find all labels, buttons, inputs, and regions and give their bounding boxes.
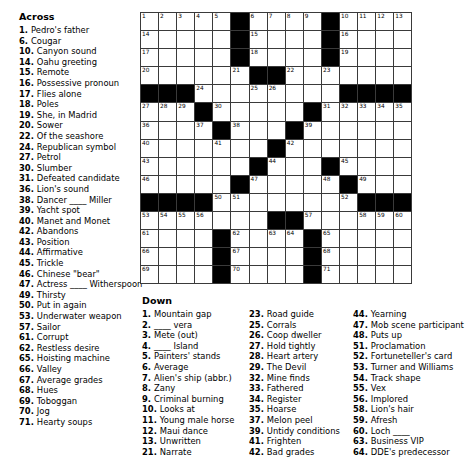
black-cell	[177, 85, 194, 102]
grid-cell[interactable]	[358, 31, 375, 48]
grid-cell[interactable]: 70	[231, 266, 248, 283]
across-clue: 15.Remote	[19, 67, 137, 78]
across-clue: 43.Position	[19, 237, 137, 248]
grid-cell[interactable]: 68	[322, 248, 339, 265]
grid-cell[interactable]	[159, 140, 176, 157]
across-clue: 39.Yacht spot	[19, 205, 137, 216]
grid-cell[interactable]: 50	[213, 194, 230, 211]
black-cell	[376, 85, 393, 102]
clue-text: Manet and Monet	[37, 216, 110, 226]
black-cell	[213, 122, 230, 139]
grid-cell[interactable]: 17	[141, 49, 158, 66]
clue-number: 15.	[19, 67, 34, 77]
grid-cell[interactable]: 20	[141, 67, 158, 84]
clue-number: 43.	[19, 237, 34, 247]
grid-cell[interactable]: 36	[141, 122, 158, 139]
grid-cell[interactable]: 52	[340, 194, 357, 211]
cell-number: 35	[395, 103, 402, 110]
grid-cell[interactable]	[304, 67, 321, 84]
clue-number: 7.	[142, 373, 151, 383]
clue-text: Average	[154, 362, 188, 372]
down-clue: 54.Track shape	[353, 373, 473, 384]
clue-text: Hoisting machine	[37, 353, 110, 363]
grid-cell[interactable]: 40	[141, 140, 158, 157]
clue-number: 47.	[19, 279, 34, 289]
grid-cell[interactable]: 30	[213, 103, 230, 120]
black-cell	[304, 230, 321, 247]
grid-cell[interactable]: 14	[141, 31, 158, 48]
grid-cell[interactable]	[340, 212, 357, 229]
grid-cell[interactable]: 8	[286, 13, 303, 30]
grid-cell[interactable]	[286, 158, 303, 175]
grid-cell[interactable]: 48	[322, 176, 339, 193]
grid-cell[interactable]: 47	[250, 176, 267, 193]
clue-number: 42.	[19, 226, 34, 236]
grid-cell[interactable]: 42	[286, 140, 303, 157]
grid-cell[interactable]	[394, 140, 411, 157]
grid-cell[interactable]	[322, 140, 339, 157]
grid-cell[interactable]: 62	[231, 230, 248, 247]
cell-number: 68	[323, 248, 330, 255]
grid-cell[interactable]	[159, 49, 176, 66]
grid-cell[interactable]: 19	[340, 49, 357, 66]
grid-cell[interactable]	[250, 122, 267, 139]
clue-text: Fortuneteller's card	[371, 351, 453, 361]
grid-cell[interactable]: 58	[358, 212, 375, 229]
cell-number: 61	[142, 230, 149, 237]
grid-cell[interactable]	[286, 248, 303, 265]
grid-cell[interactable]	[340, 248, 357, 265]
cell-number: 69	[142, 266, 149, 273]
grid-cell[interactable]	[177, 176, 194, 193]
grid-cell[interactable]: 66	[141, 248, 158, 265]
grid-cell[interactable]	[231, 212, 248, 229]
across-clue: 6.Cougar	[19, 36, 137, 47]
grid-cell[interactable]	[250, 266, 267, 283]
clue-number: 37.	[249, 415, 264, 425]
grid-cell[interactable]	[286, 49, 303, 66]
black-cell	[322, 13, 339, 30]
cell-number: 16	[341, 31, 348, 38]
cell-number: 38	[232, 122, 239, 129]
grid-cell[interactable]	[286, 103, 303, 120]
black-cell	[213, 248, 230, 265]
black-cell	[268, 67, 285, 84]
clue-number: 30.	[19, 163, 34, 173]
clue-text: Vex	[371, 383, 386, 393]
clue-number: 45.	[19, 258, 34, 268]
grid-cell[interactable]	[177, 248, 194, 265]
clue-text: Dancer ____ Miller	[37, 195, 112, 205]
grid-cell[interactable]: 23	[322, 67, 339, 84]
grid-cell[interactable]	[268, 194, 285, 211]
grid-cell[interactable]	[340, 140, 357, 157]
clue-number: 57.	[19, 322, 34, 332]
grid-cell[interactable]: 34	[376, 103, 393, 120]
grid-cell[interactable]	[304, 85, 321, 102]
clue-number: 11.	[142, 415, 157, 425]
black-cell	[159, 85, 176, 102]
grid-cell[interactable]	[177, 230, 194, 247]
grid-cell[interactable]	[376, 49, 393, 66]
grid-cell[interactable]	[231, 103, 248, 120]
across-clue: 10.Canyon sound	[19, 46, 137, 57]
grid-cell[interactable]	[286, 194, 303, 211]
clue-number: 21.	[142, 447, 157, 457]
clue-text: She, in Madrid	[37, 110, 97, 120]
clue-text: Republican symbol	[37, 142, 116, 152]
clue-number: 55.	[353, 383, 368, 393]
clue-text: The Devil	[267, 362, 306, 372]
grid-cell[interactable]	[159, 230, 176, 247]
grid-cell[interactable]	[231, 85, 248, 102]
across-clue: 68.Hues	[19, 385, 137, 396]
grid-cell[interactable]: 13	[394, 13, 411, 30]
grid-cell[interactable]: 69	[141, 266, 158, 283]
grid-cell[interactable]	[394, 122, 411, 139]
down-clue: 6.Average	[142, 362, 246, 373]
clue-number: 29.	[249, 362, 264, 372]
grid-cell[interactable]	[286, 266, 303, 283]
cell-number: 23	[323, 67, 330, 74]
crossword-grid: 1234567891011121314151617181920212223242…	[140, 12, 412, 284]
black-cell	[195, 194, 212, 211]
cell-number: 56	[196, 212, 203, 219]
grid-cell[interactable]: 39	[304, 122, 321, 139]
cell-number: 36	[142, 122, 149, 129]
grid-cell[interactable]	[340, 230, 357, 247]
grid-cell[interactable]	[195, 248, 212, 265]
grid-cell[interactable]	[268, 49, 285, 66]
grid-cell[interactable]: 10	[340, 13, 357, 30]
clue-text: Jog	[37, 406, 50, 416]
grid-cell[interactable]: 32	[340, 103, 357, 120]
grid-cell[interactable]	[358, 140, 375, 157]
grid-cell[interactable]	[213, 31, 230, 48]
grid-cell[interactable]	[358, 49, 375, 66]
grid-cell[interactable]	[304, 140, 321, 157]
clue-text: Young male horse	[160, 415, 235, 425]
down-clue: 1.Mountain gap	[142, 309, 246, 320]
grid-cell[interactable]: 51	[231, 194, 248, 211]
down-clue-list-2: 23.Road guide25.Corrals26.Coop dweller27…	[249, 309, 351, 457]
grid-cell[interactable]	[394, 158, 411, 175]
grid-cell[interactable]	[250, 212, 267, 229]
grid-cell[interactable]	[394, 176, 411, 193]
grid-cell[interactable]	[376, 140, 393, 157]
grid-cell[interactable]	[195, 176, 212, 193]
black-cell	[268, 140, 285, 157]
clue-number: 17.	[19, 89, 34, 99]
grid-cell[interactable]: 65	[322, 230, 339, 247]
clue-number: 8.	[142, 383, 151, 393]
grid-cell[interactable]	[250, 248, 267, 265]
grid-cell[interactable]	[195, 67, 212, 84]
grid-cell[interactable]	[268, 248, 285, 265]
grid-cell[interactable]	[304, 31, 321, 48]
grid-cell[interactable]	[322, 122, 339, 139]
grid-cell[interactable]	[304, 49, 321, 66]
grid-cell[interactable]	[177, 266, 194, 283]
grid-cell[interactable]	[250, 103, 267, 120]
down-title: Down	[142, 295, 246, 306]
grid-cell[interactable]	[268, 176, 285, 193]
black-cell	[213, 266, 230, 283]
grid-cell[interactable]: 18	[250, 49, 267, 66]
down-clue: 12.Maui dance	[142, 426, 246, 437]
clue-number: 35.	[249, 404, 264, 414]
clue-text: Afresh	[371, 415, 397, 425]
grid-cell[interactable]	[195, 266, 212, 283]
cell-number: 59	[377, 212, 384, 219]
down-clue: 4.____ Island	[142, 341, 246, 352]
grid-cell[interactable]: 15	[250, 31, 267, 48]
grid-cell[interactable]	[213, 85, 230, 102]
black-cell	[195, 103, 212, 120]
grid-cell[interactable]	[177, 158, 194, 175]
grid-cell[interactable]: 63	[268, 230, 285, 247]
black-cell	[250, 67, 267, 84]
cell-number: 12	[377, 13, 384, 20]
clue-text: Abandons	[37, 226, 79, 236]
grid-cell[interactable]: 35	[394, 103, 411, 120]
clue-number: 6.	[19, 36, 28, 46]
down-clue: 32.Mine finds	[249, 373, 351, 384]
grid-cell[interactable]	[195, 158, 212, 175]
grid-cell[interactable]: 71	[322, 266, 339, 283]
clue-text: Untidy conditions	[267, 426, 340, 436]
grid-cell[interactable]	[250, 230, 267, 247]
grid-cell[interactable]	[376, 67, 393, 84]
grid-cell[interactable]	[159, 31, 176, 48]
grid-cell[interactable]	[394, 67, 411, 84]
grid-cell[interactable]: 3	[177, 13, 194, 30]
clue-number: 42.	[249, 447, 264, 457]
grid-cell[interactable]	[340, 266, 357, 283]
clue-text: Canyon sound	[37, 46, 97, 56]
grid-cell[interactable]: 45	[340, 158, 357, 175]
grid-cell[interactable]	[177, 122, 194, 139]
grid-cell[interactable]: 9	[304, 13, 321, 30]
grid-cell[interactable]	[304, 194, 321, 211]
grid-cell[interactable]: 4	[195, 13, 212, 30]
grid-cell[interactable]: 29	[177, 103, 194, 120]
grid-cell[interactable]	[322, 85, 339, 102]
grid-cell[interactable]	[177, 140, 194, 157]
grid-cell[interactable]: 27	[141, 103, 158, 120]
grid-cell[interactable]	[376, 230, 393, 247]
grid-cell[interactable]	[340, 67, 357, 84]
grid-cell[interactable]	[268, 31, 285, 48]
clue-number: 44.	[353, 309, 368, 319]
grid-cell[interactable]	[213, 158, 230, 175]
grid-cell[interactable]: 60	[394, 212, 411, 229]
grid-cell[interactable]: 44	[268, 158, 285, 175]
clue-text: Petrol	[37, 152, 61, 162]
grid-cell[interactable]	[394, 31, 411, 48]
grid-cell[interactable]	[394, 266, 411, 283]
grid-cell[interactable]	[376, 248, 393, 265]
clue-text: Possessive pronoun	[37, 78, 119, 88]
grid-cell[interactable]	[340, 122, 357, 139]
grid-cell[interactable]	[268, 122, 285, 139]
down-clue: 3.Mete (out)	[142, 330, 246, 341]
clue-number: 44.	[19, 247, 34, 257]
across-clue: 24.Republican symbol	[19, 142, 137, 153]
grid-cell[interactable]	[376, 176, 393, 193]
grid-cell[interactable]	[376, 158, 393, 175]
grid-cell[interactable]: 41	[213, 140, 230, 157]
grid-cell[interactable]: 56	[195, 212, 212, 229]
grid-cell[interactable]: 6	[250, 13, 267, 30]
clue-number: 70.	[19, 406, 34, 416]
grid-cell[interactable]	[322, 212, 339, 229]
grid-cell[interactable]: 25	[250, 85, 267, 102]
grid-cell[interactable]	[159, 122, 176, 139]
grid-cell[interactable]	[213, 212, 230, 229]
grid-cell[interactable]: 2	[159, 13, 176, 30]
grid-cell[interactable]: 46	[141, 176, 158, 193]
grid-cell[interactable]: 28	[159, 103, 176, 120]
down-clue: 60.Loch ____	[353, 426, 473, 437]
grid-cell[interactable]	[231, 140, 248, 157]
down-clue: 11.Young male horse	[142, 415, 246, 426]
grid-cell[interactable]: 37	[195, 122, 212, 139]
clue-number: 50.	[19, 300, 34, 310]
clue-text: Heart artery	[267, 351, 318, 361]
grid-cell[interactable]: 26	[268, 85, 285, 102]
grid-cell[interactable]	[304, 176, 321, 193]
black-cell	[286, 212, 303, 229]
grid-cell[interactable]	[177, 49, 194, 66]
grid-cell[interactable]	[376, 31, 393, 48]
grid-cell[interactable]: 54	[159, 212, 176, 229]
grid-cell[interactable]	[231, 158, 248, 175]
grid-cell[interactable]: 67	[231, 248, 248, 265]
cell-number: 27	[142, 103, 149, 110]
grid-cell[interactable]	[286, 176, 303, 193]
grid-cell[interactable]	[358, 67, 375, 84]
grid-cell[interactable]: 22	[286, 67, 303, 84]
grid-cell[interactable]: 1	[141, 13, 158, 30]
clue-number: 63.	[353, 436, 368, 446]
grid-cell[interactable]	[394, 49, 411, 66]
grid-cell[interactable]	[358, 158, 375, 175]
cell-number: 39	[305, 122, 312, 129]
grid-cell[interactable]: 57	[304, 212, 321, 229]
grid-cell[interactable]: 5	[213, 13, 230, 30]
grid-cell[interactable]: 64	[286, 230, 303, 247]
grid-cell[interactable]	[394, 248, 411, 265]
grid-cell[interactable]: 33	[358, 103, 375, 120]
grid-cell[interactable]: 24	[195, 85, 212, 102]
grid-cell[interactable]	[358, 248, 375, 265]
grid-cell[interactable]	[322, 194, 339, 211]
grid-cell[interactable]	[268, 266, 285, 283]
black-cell	[159, 194, 176, 211]
grid-cell[interactable]	[358, 230, 375, 247]
clue-text: Sailor	[37, 322, 61, 332]
grid-cell[interactable]	[268, 103, 285, 120]
grid-cell[interactable]: 7	[268, 13, 285, 30]
grid-cell[interactable]: 43	[141, 158, 158, 175]
grid-cell[interactable]	[159, 67, 176, 84]
clue-number: 53.	[19, 311, 34, 321]
grid-cell[interactable]	[177, 31, 194, 48]
clue-number: 33.	[249, 383, 264, 393]
grid-cell[interactable]: 12	[376, 13, 393, 30]
clue-text: Valley	[37, 364, 62, 374]
clue-number: 10.	[142, 404, 157, 414]
cell-number: 58	[359, 212, 366, 219]
cell-number: 44	[269, 158, 276, 165]
grid-cell[interactable]	[286, 31, 303, 48]
cell-number: 48	[323, 176, 330, 183]
grid-cell[interactable]	[304, 158, 321, 175]
grid-cell[interactable]	[376, 266, 393, 283]
grid-cell[interactable]: 59	[376, 212, 393, 229]
grid-cell[interactable]: 49	[358, 176, 375, 193]
clue-number: 18.	[19, 99, 34, 109]
grid-cell[interactable]	[213, 176, 230, 193]
grid-cell[interactable]: 61	[141, 230, 158, 247]
cell-number: 29	[178, 103, 185, 110]
clue-number: 61.	[19, 332, 34, 342]
cell-number: 6	[251, 13, 255, 20]
grid-cell[interactable]	[159, 266, 176, 283]
down-clue: 42.Bad grades	[249, 447, 351, 458]
grid-cell[interactable]: 38	[231, 122, 248, 139]
grid-cell[interactable]	[195, 31, 212, 48]
clue-text: Sower	[37, 120, 63, 130]
grid-cell[interactable]	[213, 49, 230, 66]
across-clue: 47.Actress ____ Witherspoon	[19, 279, 137, 290]
black-cell	[250, 158, 267, 175]
grid-cell[interactable]: 31	[322, 103, 339, 120]
cell-number: 3	[178, 13, 182, 20]
grid-cell[interactable]: 16	[340, 31, 357, 48]
clue-text: Actress ____ Witherspoon	[37, 279, 143, 289]
clue-number: 2.	[142, 320, 151, 330]
black-cell	[340, 85, 357, 102]
grid-cell[interactable]: 55	[177, 212, 194, 229]
grid-cell[interactable]	[195, 230, 212, 247]
grid-cell[interactable]: 21	[231, 67, 248, 84]
clue-text: ____ vera	[154, 320, 192, 330]
clue-number: 47.	[353, 320, 368, 330]
grid-cell[interactable]	[195, 49, 212, 66]
grid-cell[interactable]	[286, 85, 303, 102]
grid-cell[interactable]	[394, 230, 411, 247]
grid-cell[interactable]	[195, 140, 212, 157]
grid-cell[interactable]: 11	[358, 13, 375, 30]
grid-cell[interactable]	[159, 158, 176, 175]
across-clue: 50.Put in again	[19, 300, 137, 311]
grid-cell[interactable]	[358, 122, 375, 139]
grid-cell[interactable]	[213, 67, 230, 84]
clue-number: 46.	[19, 269, 34, 279]
grid-cell[interactable]	[159, 248, 176, 265]
clue-number: 22.	[19, 131, 34, 141]
grid-cell[interactable]	[250, 194, 267, 211]
grid-cell[interactable]	[177, 67, 194, 84]
grid-cell[interactable]: 53	[141, 212, 158, 229]
grid-cell[interactable]	[159, 176, 176, 193]
grid-cell[interactable]	[376, 122, 393, 139]
grid-cell[interactable]	[358, 266, 375, 283]
grid-cell[interactable]	[250, 140, 267, 157]
cell-number: 41	[214, 140, 221, 147]
